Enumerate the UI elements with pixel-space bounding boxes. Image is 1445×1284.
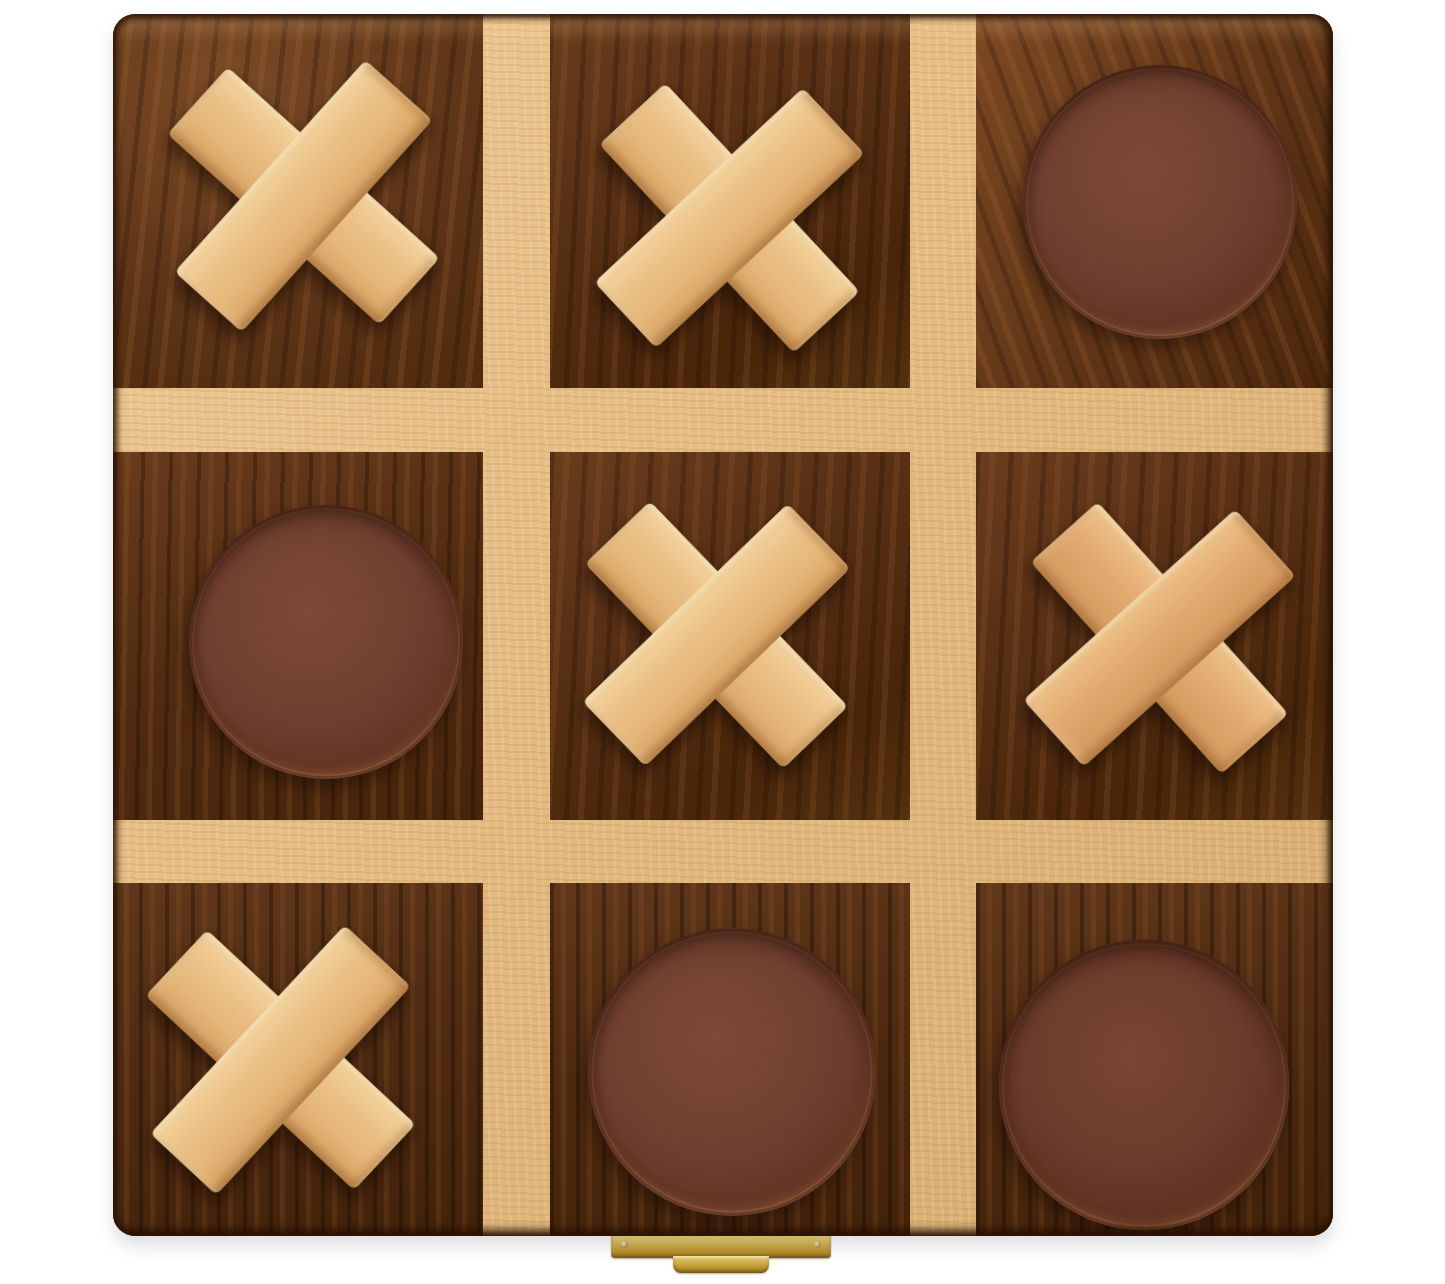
x-piece[interactable] xyxy=(1020,498,1299,777)
o-piece[interactable] xyxy=(588,928,876,1216)
x-piece[interactable] xyxy=(164,56,443,335)
photo-canvas xyxy=(0,0,1445,1284)
x-piece[interactable] xyxy=(582,500,852,770)
clasp-latch-tab xyxy=(673,1256,769,1273)
cell-r1c3[interactable] xyxy=(976,14,1333,388)
cell-r2c3[interactable] xyxy=(976,452,1333,820)
cell-r1c2[interactable] xyxy=(550,14,910,388)
cell-r3c2[interactable] xyxy=(550,883,910,1236)
cell-r2c2[interactable] xyxy=(550,452,910,820)
tic-tac-toe-board xyxy=(113,14,1333,1236)
o-piece[interactable] xyxy=(998,939,1288,1229)
board-grid xyxy=(113,14,1333,1236)
o-piece[interactable] xyxy=(189,505,463,779)
cell-r3c3[interactable] xyxy=(976,883,1333,1236)
x-piece[interactable] xyxy=(592,80,866,354)
x-piece[interactable] xyxy=(143,922,417,1196)
cell-r1c1[interactable] xyxy=(113,14,483,388)
o-piece[interactable] xyxy=(1023,65,1297,339)
cell-r2c1[interactable] xyxy=(113,452,483,820)
cell-r3c1[interactable] xyxy=(113,883,483,1236)
